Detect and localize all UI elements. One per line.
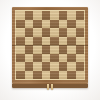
square-h6[interactable] [76,28,85,37]
square-b2[interactable] [25,62,34,71]
square-e2[interactable] [50,62,59,71]
square-g6[interactable] [67,28,76,37]
square-f2[interactable] [59,62,68,71]
square-d1[interactable] [42,71,51,80]
square-h8[interactable] [76,11,85,20]
square-c1[interactable] [33,71,42,80]
square-a1[interactable] [16,71,25,80]
square-h7[interactable] [76,20,85,29]
square-b7[interactable] [25,20,34,29]
square-a7[interactable] [16,20,25,29]
square-c7[interactable] [33,20,42,29]
square-a2[interactable] [16,62,25,71]
square-d2[interactable] [42,62,51,71]
square-d4[interactable] [42,45,51,54]
square-f5[interactable] [59,37,68,46]
photo-background [0,0,100,100]
fold-seam [12,45,88,46]
square-f7[interactable] [59,20,68,29]
square-c2[interactable] [33,62,42,71]
square-d5[interactable] [42,37,51,46]
square-g3[interactable] [67,54,76,63]
square-b3[interactable] [25,54,34,63]
square-a5[interactable] [16,37,25,46]
square-a6[interactable] [16,28,25,37]
square-b8[interactable] [25,11,34,20]
square-a8[interactable] [16,11,25,20]
square-e3[interactable] [50,54,59,63]
square-b5[interactable] [25,37,34,46]
square-g4[interactable] [67,45,76,54]
square-g1[interactable] [67,71,76,80]
square-g7[interactable] [67,20,76,29]
square-f4[interactable] [59,45,68,54]
square-d3[interactable] [42,54,51,63]
square-e1[interactable] [50,71,59,80]
square-a3[interactable] [16,54,25,63]
square-f6[interactable] [59,28,68,37]
square-e5[interactable] [50,37,59,46]
square-e6[interactable] [50,28,59,37]
square-f8[interactable] [59,11,68,20]
square-e4[interactable] [50,45,59,54]
square-h5[interactable] [76,37,85,46]
square-g8[interactable] [67,11,76,20]
square-b1[interactable] [25,71,34,80]
square-c6[interactable] [33,28,42,37]
square-h3[interactable] [76,54,85,63]
square-b4[interactable] [25,45,34,54]
square-h1[interactable] [76,71,85,80]
chess-box [12,7,88,88]
square-e7[interactable] [50,20,59,29]
square-b6[interactable] [25,28,34,37]
square-a4[interactable] [16,45,25,54]
square-c3[interactable] [33,54,42,63]
clasp-latch [47,84,53,90]
square-h2[interactable] [76,62,85,71]
square-f1[interactable] [59,71,68,80]
square-g2[interactable] [67,62,76,71]
square-d6[interactable] [42,28,51,37]
square-c4[interactable] [33,45,42,54]
square-f3[interactable] [59,54,68,63]
square-h4[interactable] [76,45,85,54]
square-e8[interactable] [50,11,59,20]
square-g5[interactable] [67,37,76,46]
square-d8[interactable] [42,11,51,20]
square-c8[interactable] [33,11,42,20]
square-c5[interactable] [33,37,42,46]
square-d7[interactable] [42,20,51,29]
